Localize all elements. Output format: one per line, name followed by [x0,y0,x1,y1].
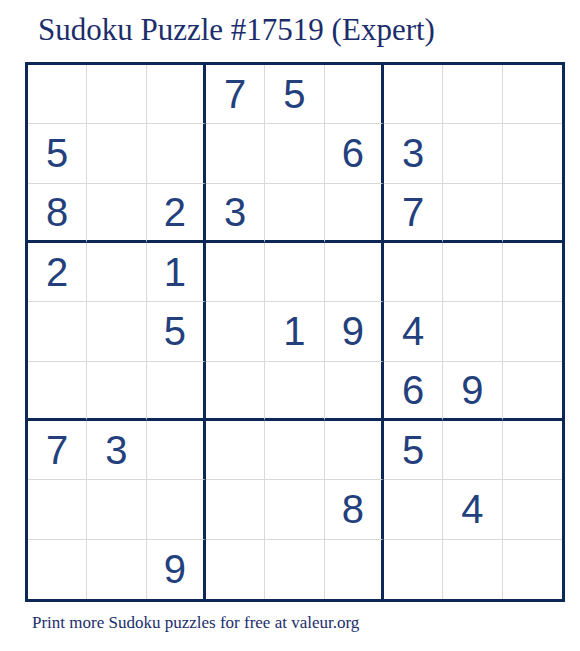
cell-r4c2 [87,243,146,302]
cell-r1c6 [325,65,384,124]
cell-r5c5: 1 [265,302,324,361]
cell-r5c8 [443,302,502,361]
cell-r3c9 [503,184,562,243]
cell-r9c2 [87,540,146,599]
cell-r8c3 [147,480,206,539]
cell-r9c3: 9 [147,540,206,599]
cell-r2c9 [503,124,562,183]
cell-r9c4 [206,540,265,599]
cell-r6c2 [87,362,146,421]
cell-r6c9 [503,362,562,421]
cell-r1c2 [87,65,146,124]
cell-r3c4: 3 [206,184,265,243]
cell-r6c3 [147,362,206,421]
cell-r4c8 [443,243,502,302]
cell-r2c7: 3 [384,124,443,183]
cell-r7c5 [265,421,324,480]
cell-r3c2 [87,184,146,243]
footer-text: Print more Sudoku puzzles for free at va… [32,613,359,633]
cell-r5c2 [87,302,146,361]
cell-r8c2 [87,480,146,539]
sudoku-board: 75563823721519469735849 [25,62,565,602]
cell-r5c3: 5 [147,302,206,361]
cell-r6c7: 6 [384,362,443,421]
cell-r5c1 [28,302,87,361]
cell-r7c1: 7 [28,421,87,480]
cell-r4c7 [384,243,443,302]
cell-r7c4 [206,421,265,480]
cell-r1c1 [28,65,87,124]
cell-r3c3: 2 [147,184,206,243]
cell-r8c1 [28,480,87,539]
cell-r2c6: 6 [325,124,384,183]
cell-r7c6 [325,421,384,480]
cell-r2c3 [147,124,206,183]
cell-r1c9 [503,65,562,124]
cell-r2c5 [265,124,324,183]
cell-r3c8 [443,184,502,243]
cell-r8c5 [265,480,324,539]
cell-r9c8 [443,540,502,599]
cell-r6c5 [265,362,324,421]
cell-r9c9 [503,540,562,599]
cell-r7c2: 3 [87,421,146,480]
cell-r2c8 [443,124,502,183]
cell-r6c1 [28,362,87,421]
cell-r4c5 [265,243,324,302]
cell-r7c8 [443,421,502,480]
cell-r4c9 [503,243,562,302]
cell-r4c4 [206,243,265,302]
cell-r6c6 [325,362,384,421]
page: Sudoku Puzzle #17519 (Expert) 7556382372… [0,0,580,651]
cell-r9c1 [28,540,87,599]
cell-r7c9 [503,421,562,480]
cell-r8c8: 4 [443,480,502,539]
cell-r3c6 [325,184,384,243]
cell-r8c7 [384,480,443,539]
puzzle-title: Sudoku Puzzle #17519 (Expert) [38,12,435,48]
cell-r6c8: 9 [443,362,502,421]
cell-r9c7 [384,540,443,599]
cell-r8c9 [503,480,562,539]
cell-r8c4 [206,480,265,539]
cell-r3c1: 8 [28,184,87,243]
cell-r7c3 [147,421,206,480]
cell-r2c2 [87,124,146,183]
cell-r6c4 [206,362,265,421]
cell-r8c6: 8 [325,480,384,539]
cell-r5c4 [206,302,265,361]
cell-r9c6 [325,540,384,599]
cell-r3c7: 7 [384,184,443,243]
cell-r2c4 [206,124,265,183]
cell-r1c8 [443,65,502,124]
cell-r7c7: 5 [384,421,443,480]
cell-r5c6: 9 [325,302,384,361]
cell-r1c4: 7 [206,65,265,124]
cell-r4c3: 1 [147,243,206,302]
cell-r1c7 [384,65,443,124]
cell-r5c7: 4 [384,302,443,361]
cell-r1c5: 5 [265,65,324,124]
cell-r1c3 [147,65,206,124]
cell-r4c1: 2 [28,243,87,302]
cell-r3c5 [265,184,324,243]
cell-r9c5 [265,540,324,599]
cell-r5c9 [503,302,562,361]
cell-r4c6 [325,243,384,302]
cell-r2c1: 5 [28,124,87,183]
